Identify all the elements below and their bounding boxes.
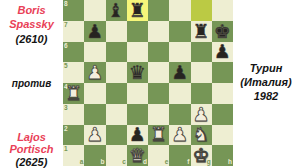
rank-label-8: 8: [64, 1, 68, 8]
chess-board: 8♝♜7♟♜♚6♟5♟♛♟4♜3♟2♟♟♜♟♞1abcd♛efg♚h: [63, 0, 233, 166]
square-g5[interactable]: [191, 62, 212, 83]
square-f8[interactable]: [169, 0, 190, 21]
square-a7[interactable]: 7: [63, 21, 84, 42]
square-f1[interactable]: f: [169, 145, 190, 166]
square-b4[interactable]: [84, 83, 105, 104]
square-f5[interactable]: ♟: [169, 62, 190, 83]
square-a3[interactable]: 3: [63, 104, 84, 125]
square-d2[interactable]: ♟: [127, 125, 148, 146]
square-b8[interactable]: [84, 0, 105, 21]
square-e1[interactable]: e: [148, 145, 169, 166]
file-label-h: h: [228, 159, 232, 166]
white-player-last-name: Portisch: [0, 143, 63, 155]
square-h3[interactable]: [212, 104, 233, 125]
square-g8[interactable]: [191, 0, 212, 21]
rank-label-7: 7: [64, 22, 68, 29]
square-h5[interactable]: [212, 62, 233, 83]
rank-label-3: 3: [64, 105, 68, 112]
square-f2[interactable]: ♟: [169, 125, 190, 146]
piece-black-pawn: ♟: [84, 21, 105, 42]
piece-white-pawn: ♟: [191, 104, 212, 125]
square-d8[interactable]: ♜: [127, 0, 148, 21]
piece-white-knight: ♞: [191, 125, 212, 146]
square-c2[interactable]: [106, 125, 127, 146]
white-player-first-name: Lajos: [0, 131, 63, 143]
square-f3[interactable]: [169, 104, 190, 125]
square-g3[interactable]: ♟: [191, 104, 212, 125]
square-e7[interactable]: [148, 21, 169, 42]
piece-black-rook: ♜: [191, 21, 212, 42]
square-g2[interactable]: ♞: [191, 125, 212, 146]
rank-label-1: 1: [64, 146, 68, 153]
file-label-g: g: [207, 159, 211, 166]
square-c6[interactable]: [106, 42, 127, 63]
square-a2[interactable]: 2: [63, 125, 84, 146]
file-label-c: c: [122, 159, 126, 166]
square-g1[interactable]: g♚: [191, 145, 212, 166]
versus-label: против: [0, 78, 63, 89]
black-player-last-name: Spassky: [0, 17, 63, 31]
square-e2[interactable]: ♜: [148, 125, 169, 146]
square-a8[interactable]: 8: [63, 0, 84, 21]
black-player-block: Boris Spassky (2610): [0, 3, 63, 46]
black-player-rating: (2610): [0, 32, 63, 46]
square-c7[interactable]: [106, 21, 127, 42]
square-h8[interactable]: [212, 0, 233, 21]
square-a5[interactable]: 5: [63, 62, 84, 83]
square-a1[interactable]: 1a: [63, 145, 84, 166]
square-h1[interactable]: h: [212, 145, 233, 166]
black-player-first-name: Boris: [0, 3, 63, 17]
event-year: 1982: [232, 89, 300, 103]
square-e3[interactable]: [148, 104, 169, 125]
square-c8[interactable]: ♝: [106, 0, 127, 21]
square-b3[interactable]: [84, 104, 105, 125]
square-d6[interactable]: [127, 42, 148, 63]
square-b1[interactable]: b: [84, 145, 105, 166]
square-d1[interactable]: d♛: [127, 145, 148, 166]
square-a6[interactable]: 6: [63, 42, 84, 63]
square-f7[interactable]: [169, 21, 190, 42]
square-d7[interactable]: [127, 21, 148, 42]
piece-black-pawn: ♟: [212, 42, 233, 63]
file-label-a: a: [80, 159, 84, 166]
rank-label-2: 2: [64, 126, 68, 133]
square-e8[interactable]: [148, 0, 169, 21]
rank-label-6: 6: [64, 43, 68, 50]
square-g6[interactable]: [191, 42, 212, 63]
event-city: Турин: [232, 61, 300, 75]
piece-black-rook: ♜: [127, 0, 148, 21]
rank-label-5: 5: [64, 63, 68, 70]
piece-black-bishop: ♝: [106, 0, 127, 21]
square-b6[interactable]: [84, 42, 105, 63]
event-block: Турин (Италия) 1982: [232, 61, 300, 103]
square-c3[interactable]: [106, 104, 127, 125]
square-h7[interactable]: ♚: [212, 21, 233, 42]
piece-black-pawn: ♟: [127, 125, 148, 146]
white-player-rating: (2625): [0, 156, 63, 168]
piece-white-rook: ♜: [148, 125, 169, 146]
square-e4[interactable]: [148, 83, 169, 104]
square-c1[interactable]: c: [106, 145, 127, 166]
square-a4[interactable]: 4♜: [63, 83, 84, 104]
square-f4[interactable]: [169, 83, 190, 104]
piece-black-queen: ♛: [127, 62, 148, 83]
piece-white-pawn: ♟: [84, 62, 105, 83]
square-d4[interactable]: [127, 83, 148, 104]
piece-black-pawn: ♟: [169, 62, 190, 83]
square-h4[interactable]: [212, 83, 233, 104]
file-label-d: d: [143, 159, 147, 166]
square-b2[interactable]: ♟: [84, 125, 105, 146]
piece-white-pawn: ♟: [169, 125, 190, 146]
square-h6[interactable]: ♟: [212, 42, 233, 63]
square-f6[interactable]: [169, 42, 190, 63]
square-c5[interactable]: [106, 62, 127, 83]
event-country: (Италия): [232, 75, 300, 89]
square-b7[interactable]: ♟: [84, 21, 105, 42]
square-e6[interactable]: [148, 42, 169, 63]
rank-label-4: 4: [64, 84, 68, 91]
piece-white-pawn: ♟: [84, 125, 105, 146]
square-d5[interactable]: ♛: [127, 62, 148, 83]
file-label-b: b: [101, 159, 105, 166]
square-b5[interactable]: ♟: [84, 62, 105, 83]
square-d3[interactable]: [127, 104, 148, 125]
square-h2[interactable]: [212, 125, 233, 146]
square-g4[interactable]: [191, 83, 212, 104]
square-e5[interactable]: [148, 62, 169, 83]
piece-black-king: ♚: [212, 21, 233, 42]
file-label-f: f: [187, 159, 189, 166]
white-player-block: Lajos Portisch (2625): [0, 131, 63, 168]
square-g7[interactable]: ♜: [191, 21, 212, 42]
file-label-e: e: [165, 159, 169, 166]
square-c4[interactable]: [106, 83, 127, 104]
